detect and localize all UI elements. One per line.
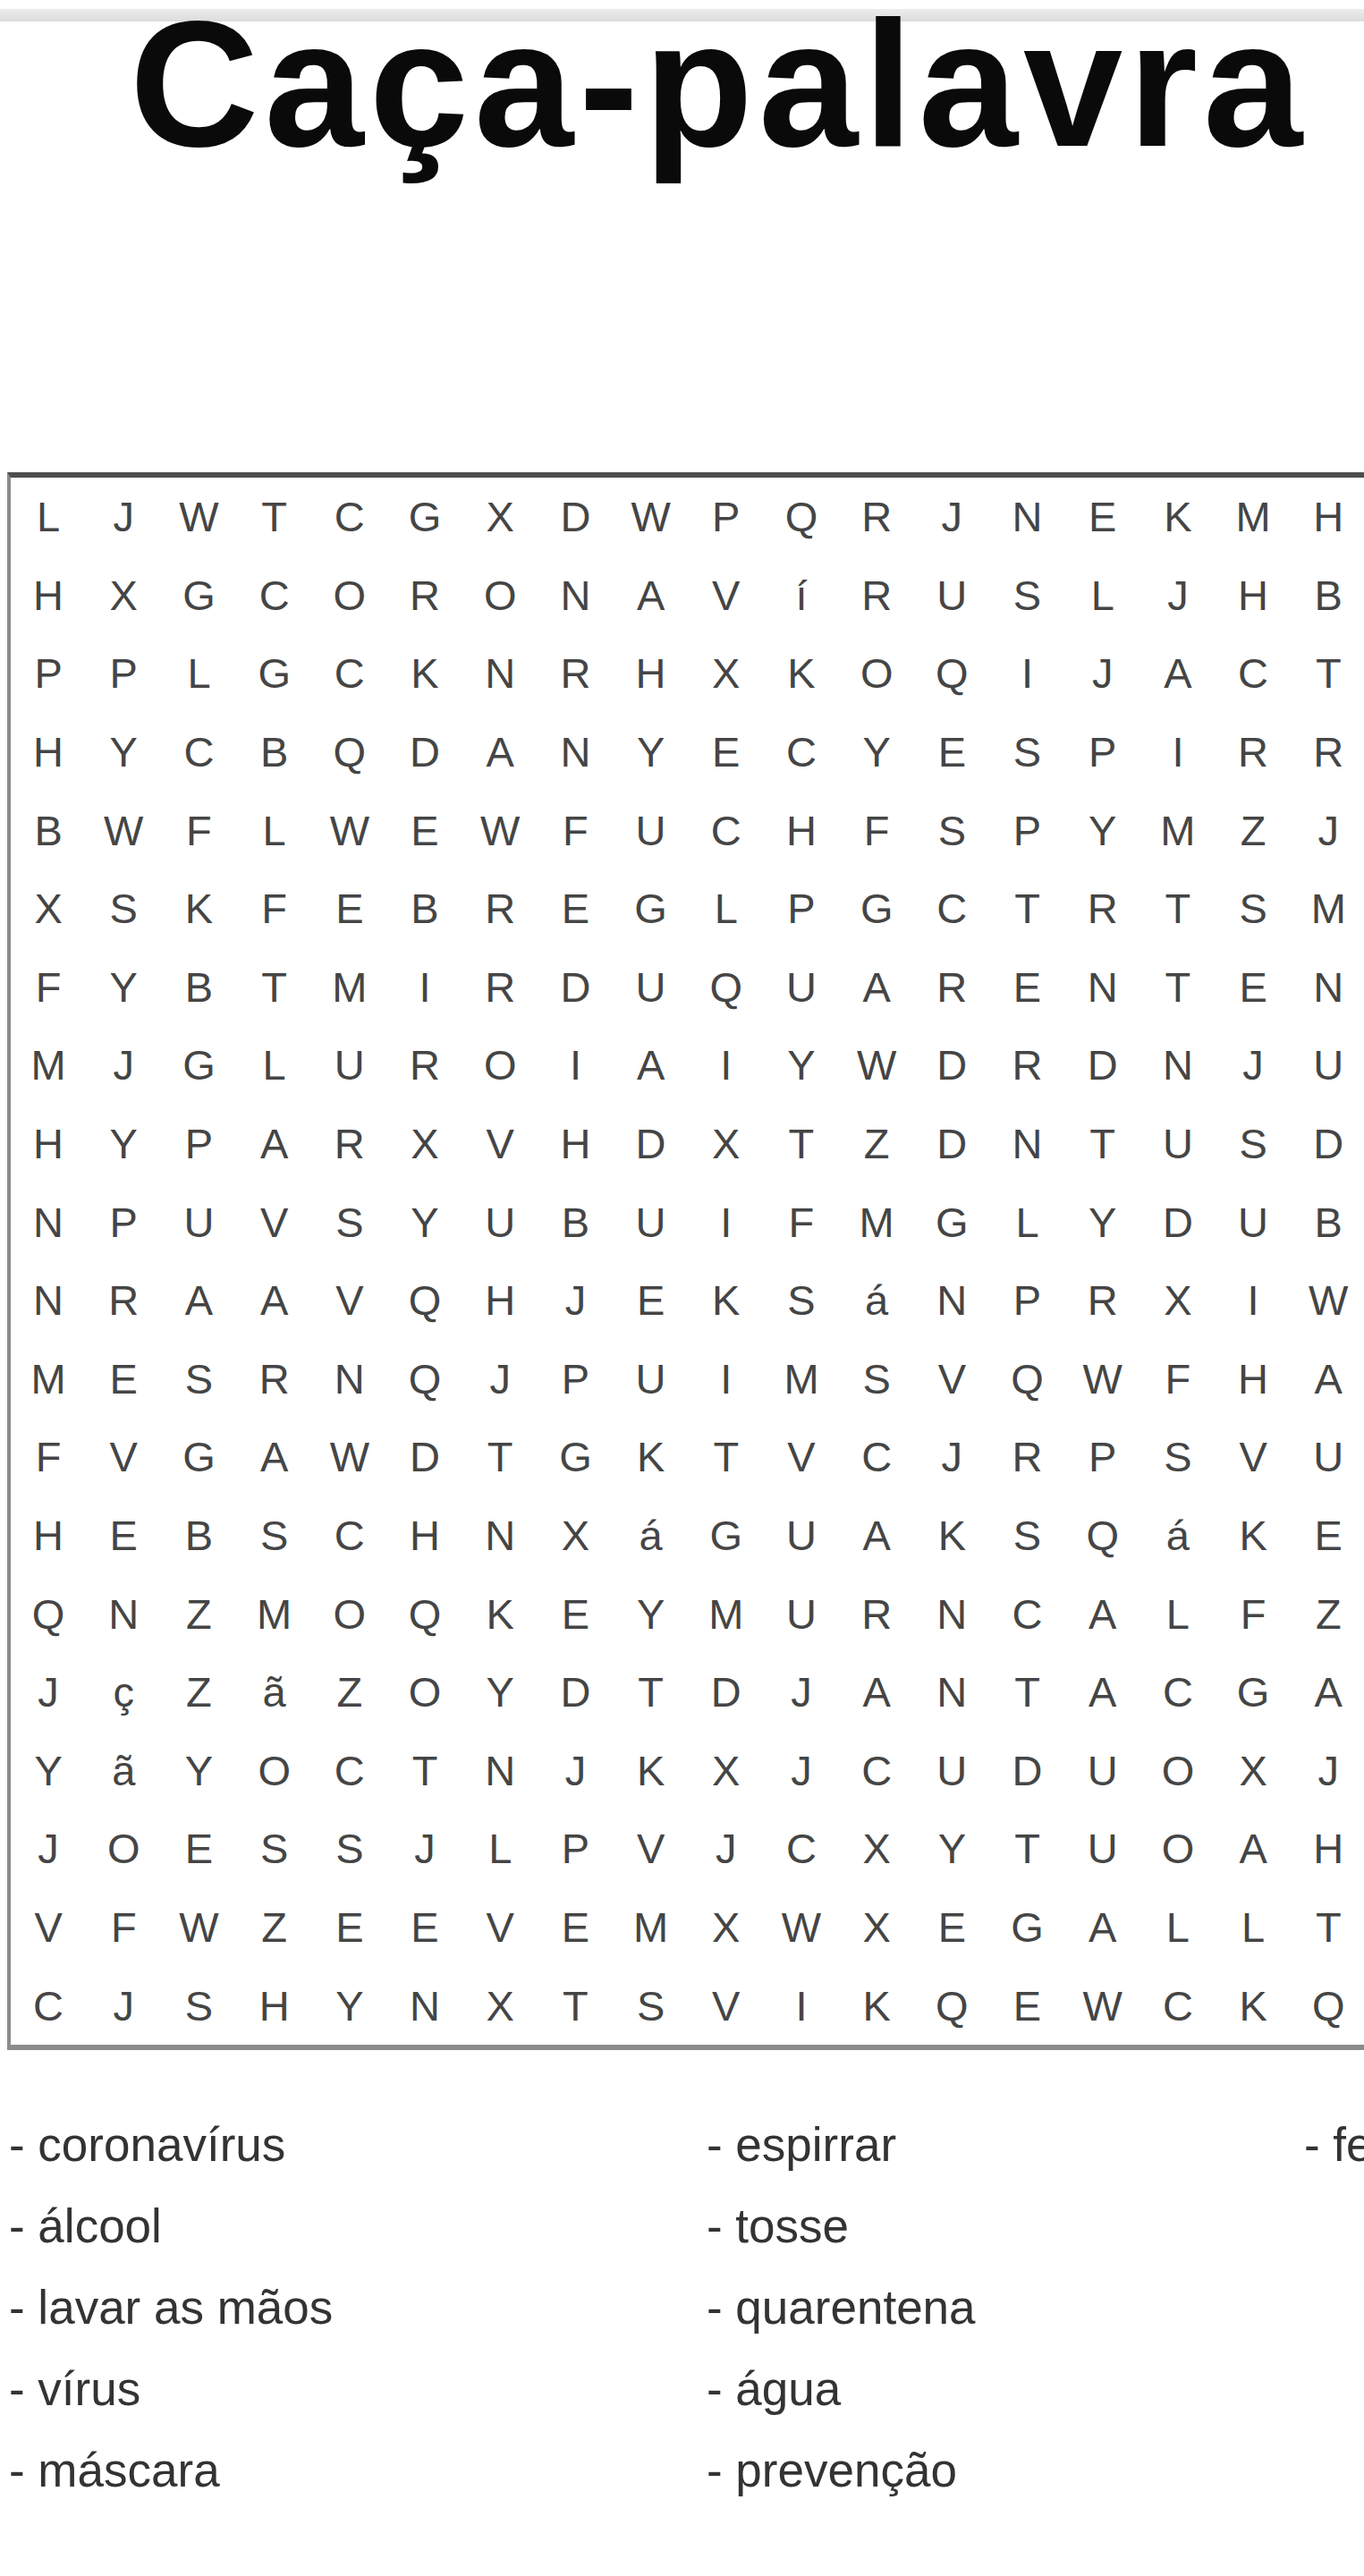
grid-cell-r1c2[interactable]: J <box>86 478 161 556</box>
grid-cell-r1c13[interactable]: J <box>914 478 989 556</box>
grid-cell-r7c15[interactable]: N <box>1065 948 1140 1027</box>
grid-cell-r4c10[interactable]: E <box>689 713 764 792</box>
grid-cell-r3c1[interactable]: P <box>11 634 86 713</box>
grid-cell-r20c4[interactable]: H <box>237 1966 312 2045</box>
grid-cell-r20c13[interactable]: Q <box>914 1966 989 2045</box>
grid-cell-r8c4[interactable]: L <box>237 1026 312 1105</box>
grid-cell-r11c10[interactable]: K <box>689 1261 764 1340</box>
grid-cell-r5c3[interactable]: F <box>161 791 236 869</box>
grid-cell-r12c8[interactable]: P <box>538 1340 613 1419</box>
grid-cell-r10c1[interactable]: N <box>11 1182 86 1261</box>
grid-cell-r8c1[interactable]: M <box>11 1026 86 1105</box>
grid-cell-r19c1[interactable]: V <box>11 1888 86 1967</box>
grid-cell-r18c9[interactable]: V <box>614 1809 689 1888</box>
grid-cell-r3c3[interactable]: L <box>161 634 236 713</box>
grid-cell-r12c1[interactable]: M <box>11 1340 86 1419</box>
grid-cell-r17c15[interactable]: U <box>1065 1732 1140 1810</box>
grid-cell-r14c11[interactable]: U <box>764 1496 839 1575</box>
grid-cell-r15c12[interactable]: R <box>839 1574 914 1653</box>
grid-cell-r11c18[interactable]: W <box>1291 1261 1364 1340</box>
grid-cell-r20c1[interactable]: C <box>11 1966 86 2045</box>
grid-cell-r7c9[interactable]: U <box>614 948 689 1027</box>
grid-cell-r19c16[interactable]: L <box>1140 1888 1216 1967</box>
grid-cell-r10c9[interactable]: U <box>614 1182 689 1261</box>
grid-cell-r6c5[interactable]: E <box>312 869 387 948</box>
grid-cell-r11c15[interactable]: R <box>1065 1261 1140 1340</box>
grid-cell-r19c4[interactable]: Z <box>237 1888 312 1967</box>
grid-cell-r18c5[interactable]: S <box>312 1809 387 1888</box>
grid-cell-r9c15[interactable]: T <box>1065 1105 1140 1183</box>
grid-cell-r2c6[interactable]: R <box>387 556 462 635</box>
grid-cell-r1c11[interactable]: Q <box>764 478 839 556</box>
grid-cell-r3c6[interactable]: K <box>387 634 462 713</box>
grid-cell-r14c10[interactable]: G <box>689 1496 764 1575</box>
grid-cell-r16c9[interactable]: T <box>614 1653 689 1732</box>
grid-cell-r5c5[interactable]: W <box>312 791 387 869</box>
grid-cell-r13c6[interactable]: D <box>387 1418 462 1496</box>
grid-cell-r14c5[interactable]: C <box>312 1496 387 1575</box>
grid-cell-r8c13[interactable]: D <box>914 1026 989 1105</box>
grid-cell-r7c4[interactable]: T <box>237 948 312 1027</box>
grid-cell-r2c9[interactable]: A <box>614 556 689 635</box>
grid-cell-r19c12[interactable]: X <box>839 1888 914 1967</box>
grid-cell-r18c6[interactable]: J <box>387 1809 462 1888</box>
grid-cell-r8c16[interactable]: N <box>1140 1026 1216 1105</box>
grid-cell-r7c3[interactable]: B <box>161 948 236 1027</box>
grid-cell-r6c10[interactable]: L <box>689 869 764 948</box>
grid-cell-r1c14[interactable]: N <box>989 478 1064 556</box>
grid-cell-r13c3[interactable]: G <box>161 1418 236 1496</box>
grid-cell-r6c13[interactable]: C <box>914 869 989 948</box>
grid-cell-r18c3[interactable]: E <box>161 1809 236 1888</box>
grid-cell-r6c15[interactable]: R <box>1065 869 1140 948</box>
grid-cell-r6c18[interactable]: M <box>1291 869 1364 948</box>
grid-cell-r3c2[interactable]: P <box>86 634 161 713</box>
grid-cell-r2c18[interactable]: B <box>1291 556 1364 635</box>
grid-cell-r13c13[interactable]: J <box>914 1418 989 1496</box>
grid-cell-r2c11[interactable]: í <box>764 556 839 635</box>
grid-cell-r4c16[interactable]: I <box>1140 713 1216 792</box>
grid-cell-r7c10[interactable]: Q <box>689 948 764 1027</box>
grid-cell-r15c17[interactable]: F <box>1216 1574 1291 1653</box>
grid-cell-r20c8[interactable]: T <box>538 1966 613 2045</box>
grid-cell-r10c13[interactable]: G <box>914 1182 989 1261</box>
grid-cell-r5c16[interactable]: M <box>1140 791 1216 869</box>
grid-cell-r5c4[interactable]: L <box>237 791 312 869</box>
grid-cell-r19c2[interactable]: F <box>86 1888 161 1967</box>
grid-cell-r8c3[interactable]: G <box>161 1026 236 1105</box>
grid-cell-r13c2[interactable]: V <box>86 1418 161 1496</box>
grid-cell-r14c8[interactable]: X <box>538 1496 613 1575</box>
grid-cell-r18c14[interactable]: T <box>989 1809 1064 1888</box>
grid-cell-r11c4[interactable]: A <box>237 1261 312 1340</box>
grid-cell-r12c4[interactable]: R <box>237 1340 312 1419</box>
grid-cell-r17c13[interactable]: U <box>914 1732 989 1810</box>
grid-cell-r8c15[interactable]: D <box>1065 1026 1140 1105</box>
grid-cell-r5c15[interactable]: Y <box>1065 791 1140 869</box>
grid-cell-r6c7[interactable]: R <box>462 869 538 948</box>
grid-cell-r8c7[interactable]: O <box>462 1026 538 1105</box>
grid-cell-r2c3[interactable]: G <box>161 556 236 635</box>
grid-cell-r14c16[interactable]: á <box>1140 1496 1216 1575</box>
grid-cell-r13c8[interactable]: G <box>538 1418 613 1496</box>
grid-cell-r11c9[interactable]: E <box>614 1261 689 1340</box>
grid-cell-r7c1[interactable]: F <box>11 948 86 1027</box>
grid-cell-r17c16[interactable]: O <box>1140 1732 1216 1810</box>
grid-cell-r20c5[interactable]: Y <box>312 1966 387 2045</box>
grid-cell-r10c15[interactable]: Y <box>1065 1182 1140 1261</box>
grid-cell-r15c3[interactable]: Z <box>161 1574 236 1653</box>
grid-cell-r9c8[interactable]: H <box>538 1105 613 1183</box>
grid-cell-r10c2[interactable]: P <box>86 1182 161 1261</box>
grid-cell-r10c10[interactable]: I <box>689 1182 764 1261</box>
grid-cell-r3c14[interactable]: I <box>989 634 1064 713</box>
grid-cell-r17c6[interactable]: T <box>387 1732 462 1810</box>
grid-cell-r10c18[interactable]: B <box>1291 1182 1364 1261</box>
grid-cell-r12c3[interactable]: S <box>161 1340 236 1419</box>
grid-cell-r15c10[interactable]: M <box>689 1574 764 1653</box>
grid-cell-r2c15[interactable]: L <box>1065 556 1140 635</box>
grid-cell-r14c3[interactable]: B <box>161 1496 236 1575</box>
grid-cell-r1c3[interactable]: W <box>161 478 236 556</box>
grid-cell-r5c6[interactable]: E <box>387 791 462 869</box>
grid-cell-r1c15[interactable]: E <box>1065 478 1140 556</box>
grid-cell-r5c8[interactable]: F <box>538 791 613 869</box>
grid-cell-r10c6[interactable]: Y <box>387 1182 462 1261</box>
grid-cell-r13c16[interactable]: S <box>1140 1418 1216 1496</box>
grid-cell-r18c8[interactable]: P <box>538 1809 613 1888</box>
grid-cell-r5c2[interactable]: W <box>86 791 161 869</box>
grid-cell-r19c14[interactable]: G <box>989 1888 1064 1967</box>
grid-cell-r18c11[interactable]: C <box>764 1809 839 1888</box>
grid-cell-r6c6[interactable]: B <box>387 869 462 948</box>
grid-cell-r4c3[interactable]: C <box>161 713 236 792</box>
grid-cell-r12c17[interactable]: H <box>1216 1340 1291 1419</box>
grid-cell-r12c15[interactable]: W <box>1065 1340 1140 1419</box>
grid-cell-r8c9[interactable]: A <box>614 1026 689 1105</box>
grid-cell-r20c9[interactable]: S <box>614 1966 689 2045</box>
grid-cell-r9c5[interactable]: R <box>312 1105 387 1183</box>
grid-cell-r18c16[interactable]: O <box>1140 1809 1216 1888</box>
grid-cell-r20c17[interactable]: K <box>1216 1966 1291 2045</box>
grid-cell-r12c10[interactable]: I <box>689 1340 764 1419</box>
grid-cell-r5c12[interactable]: F <box>839 791 914 869</box>
grid-cell-r6c17[interactable]: S <box>1216 869 1291 948</box>
grid-cell-r4c2[interactable]: Y <box>86 713 161 792</box>
grid-cell-r12c16[interactable]: F <box>1140 1340 1216 1419</box>
grid-cell-r18c4[interactable]: S <box>237 1809 312 1888</box>
grid-cell-r1c12[interactable]: R <box>839 478 914 556</box>
grid-cell-r4c1[interactable]: H <box>11 713 86 792</box>
grid-cell-r14c9[interactable]: á <box>614 1496 689 1575</box>
grid-cell-r3c5[interactable]: C <box>312 634 387 713</box>
grid-cell-r13c11[interactable]: V <box>764 1418 839 1496</box>
grid-cell-r6c9[interactable]: G <box>614 869 689 948</box>
grid-cell-r12c6[interactable]: Q <box>387 1340 462 1419</box>
grid-cell-r19c9[interactable]: M <box>614 1888 689 1967</box>
grid-cell-r10c5[interactable]: S <box>312 1182 387 1261</box>
grid-cell-r15c14[interactable]: C <box>989 1574 1064 1653</box>
grid-cell-r6c12[interactable]: G <box>839 869 914 948</box>
grid-cell-r12c5[interactable]: N <box>312 1340 387 1419</box>
grid-cell-r15c18[interactable]: Z <box>1291 1574 1364 1653</box>
grid-cell-r9c6[interactable]: X <box>387 1105 462 1183</box>
grid-cell-r4c9[interactable]: Y <box>614 713 689 792</box>
grid-cell-r1c9[interactable]: W <box>614 478 689 556</box>
grid-cell-r3c17[interactable]: C <box>1216 634 1291 713</box>
grid-cell-r20c18[interactable]: Q <box>1291 1966 1364 2045</box>
grid-cell-r2c17[interactable]: H <box>1216 556 1291 635</box>
grid-cell-r9c18[interactable]: D <box>1291 1105 1364 1183</box>
grid-cell-r11c6[interactable]: Q <box>387 1261 462 1340</box>
grid-cell-r14c7[interactable]: N <box>462 1496 538 1575</box>
grid-cell-r9c12[interactable]: Z <box>839 1105 914 1183</box>
grid-cell-r15c7[interactable]: K <box>462 1574 538 1653</box>
grid-cell-r16c6[interactable]: O <box>387 1653 462 1732</box>
grid-cell-r9c1[interactable]: H <box>11 1105 86 1183</box>
grid-cell-r20c7[interactable]: X <box>462 1966 538 2045</box>
grid-cell-r16c10[interactable]: D <box>689 1653 764 1732</box>
grid-cell-r20c16[interactable]: C <box>1140 1966 1216 2045</box>
grid-cell-r12c11[interactable]: M <box>764 1340 839 1419</box>
grid-cell-r17c10[interactable]: X <box>689 1732 764 1810</box>
grid-cell-r9c3[interactable]: P <box>161 1105 236 1183</box>
grid-cell-r7c8[interactable]: D <box>538 948 613 1027</box>
grid-cell-r10c7[interactable]: U <box>462 1182 538 1261</box>
grid-cell-r6c4[interactable]: F <box>237 869 312 948</box>
grid-cell-r12c18[interactable]: A <box>1291 1340 1364 1419</box>
grid-cell-r5c18[interactable]: J <box>1291 791 1364 869</box>
grid-cell-r12c13[interactable]: V <box>914 1340 989 1419</box>
grid-cell-r2c4[interactable]: C <box>237 556 312 635</box>
grid-cell-r11c7[interactable]: H <box>462 1261 538 1340</box>
grid-cell-r2c5[interactable]: O <box>312 556 387 635</box>
grid-cell-r5c1[interactable]: B <box>11 791 86 869</box>
grid-cell-r15c9[interactable]: Y <box>614 1574 689 1653</box>
grid-cell-r20c12[interactable]: K <box>839 1966 914 2045</box>
grid-cell-r15c11[interactable]: U <box>764 1574 839 1653</box>
grid-cell-r7c5[interactable]: M <box>312 948 387 1027</box>
grid-cell-r16c18[interactable]: A <box>1291 1653 1364 1732</box>
grid-cell-r3c10[interactable]: X <box>689 634 764 713</box>
grid-cell-r7c7[interactable]: R <box>462 948 538 1027</box>
grid-cell-r2c10[interactable]: V <box>689 556 764 635</box>
grid-cell-r13c9[interactable]: K <box>614 1418 689 1496</box>
grid-cell-r16c8[interactable]: D <box>538 1653 613 1732</box>
grid-cell-r10c8[interactable]: B <box>538 1182 613 1261</box>
grid-cell-r18c15[interactable]: U <box>1065 1809 1140 1888</box>
grid-cell-r4c11[interactable]: C <box>764 713 839 792</box>
grid-cell-r2c14[interactable]: S <box>989 556 1064 635</box>
grid-cell-r18c12[interactable]: X <box>839 1809 914 1888</box>
grid-cell-r14c18[interactable]: E <box>1291 1496 1364 1575</box>
grid-cell-r7c16[interactable]: T <box>1140 948 1216 1027</box>
grid-cell-r2c8[interactable]: N <box>538 556 613 635</box>
grid-cell-r14c4[interactable]: S <box>237 1496 312 1575</box>
grid-cell-r12c7[interactable]: J <box>462 1340 538 1419</box>
grid-cell-r5c11[interactable]: H <box>764 791 839 869</box>
grid-cell-r15c15[interactable]: A <box>1065 1574 1140 1653</box>
grid-cell-r6c8[interactable]: E <box>538 869 613 948</box>
grid-cell-r10c12[interactable]: M <box>839 1182 914 1261</box>
grid-cell-r9c7[interactable]: V <box>462 1105 538 1183</box>
grid-cell-r10c4[interactable]: V <box>237 1182 312 1261</box>
grid-cell-r10c3[interactable]: U <box>161 1182 236 1261</box>
grid-cell-r15c5[interactable]: O <box>312 1574 387 1653</box>
grid-cell-r9c10[interactable]: X <box>689 1105 764 1183</box>
grid-cell-r10c16[interactable]: D <box>1140 1182 1216 1261</box>
grid-cell-r16c12[interactable]: A <box>839 1653 914 1732</box>
grid-cell-r3c18[interactable]: T <box>1291 634 1364 713</box>
grid-cell-r8c12[interactable]: W <box>839 1026 914 1105</box>
grid-cell-r13c4[interactable]: A <box>237 1418 312 1496</box>
grid-cell-r13c15[interactable]: P <box>1065 1418 1140 1496</box>
grid-cell-r10c17[interactable]: U <box>1216 1182 1291 1261</box>
grid-cell-r20c11[interactable]: I <box>764 1966 839 2045</box>
grid-cell-r5c14[interactable]: P <box>989 791 1064 869</box>
grid-cell-r2c13[interactable]: U <box>914 556 989 635</box>
grid-cell-r4c4[interactable]: B <box>237 713 312 792</box>
grid-cell-r5c17[interactable]: Z <box>1216 791 1291 869</box>
grid-cell-r1c8[interactable]: D <box>538 478 613 556</box>
grid-cell-r2c12[interactable]: R <box>839 556 914 635</box>
grid-cell-r14c15[interactable]: Q <box>1065 1496 1140 1575</box>
grid-cell-r2c16[interactable]: J <box>1140 556 1216 635</box>
grid-cell-r4c12[interactable]: Y <box>839 713 914 792</box>
grid-cell-r1c4[interactable]: T <box>237 478 312 556</box>
grid-cell-r13c12[interactable]: C <box>839 1418 914 1496</box>
grid-cell-r7c14[interactable]: E <box>989 948 1064 1027</box>
grid-cell-r18c1[interactable]: J <box>11 1809 86 1888</box>
grid-cell-r8c5[interactable]: U <box>312 1026 387 1105</box>
grid-cell-r20c14[interactable]: E <box>989 1966 1064 2045</box>
grid-cell-r7c18[interactable]: N <box>1291 948 1364 1027</box>
grid-cell-r14c1[interactable]: H <box>11 1496 86 1575</box>
grid-cell-r3c13[interactable]: Q <box>914 634 989 713</box>
grid-cell-r1c16[interactable]: K <box>1140 478 1216 556</box>
grid-cell-r16c16[interactable]: C <box>1140 1653 1216 1732</box>
grid-cell-r3c9[interactable]: H <box>614 634 689 713</box>
grid-cell-r17c2[interactable]: ã <box>86 1732 161 1810</box>
grid-cell-r13c14[interactable]: R <box>989 1418 1064 1496</box>
grid-cell-r9c9[interactable]: D <box>614 1105 689 1183</box>
grid-cell-r6c11[interactable]: P <box>764 869 839 948</box>
grid-cell-r8c2[interactable]: J <box>86 1026 161 1105</box>
grid-cell-r15c6[interactable]: Q <box>387 1574 462 1653</box>
grid-cell-r14c6[interactable]: H <box>387 1496 462 1575</box>
grid-cell-r3c4[interactable]: G <box>237 634 312 713</box>
grid-cell-r17c9[interactable]: K <box>614 1732 689 1810</box>
grid-cell-r12c9[interactable]: U <box>614 1340 689 1419</box>
grid-cell-r8c8[interactable]: I <box>538 1026 613 1105</box>
grid-cell-r3c7[interactable]: N <box>462 634 538 713</box>
grid-cell-r7c13[interactable]: R <box>914 948 989 1027</box>
grid-cell-r16c11[interactable]: J <box>764 1653 839 1732</box>
grid-cell-r12c12[interactable]: S <box>839 1340 914 1419</box>
grid-cell-r8c17[interactable]: J <box>1216 1026 1291 1105</box>
grid-cell-r4c5[interactable]: Q <box>312 713 387 792</box>
grid-cell-r13c5[interactable]: W <box>312 1418 387 1496</box>
grid-cell-r15c13[interactable]: N <box>914 1574 989 1653</box>
grid-cell-r16c5[interactable]: Z <box>312 1653 387 1732</box>
grid-cell-r9c16[interactable]: U <box>1140 1105 1216 1183</box>
grid-cell-r4c15[interactable]: P <box>1065 713 1140 792</box>
grid-cell-r18c7[interactable]: L <box>462 1809 538 1888</box>
grid-cell-r2c7[interactable]: O <box>462 556 538 635</box>
grid-cell-r6c1[interactable]: X <box>11 869 86 948</box>
grid-cell-r10c11[interactable]: F <box>764 1182 839 1261</box>
grid-cell-r9c4[interactable]: A <box>237 1105 312 1183</box>
grid-cell-r11c5[interactable]: V <box>312 1261 387 1340</box>
grid-cell-r4c17[interactable]: R <box>1216 713 1291 792</box>
grid-cell-r19c15[interactable]: A <box>1065 1888 1140 1967</box>
grid-cell-r11c17[interactable]: I <box>1216 1261 1291 1340</box>
grid-cell-r18c18[interactable]: H <box>1291 1809 1364 1888</box>
grid-cell-r19c8[interactable]: E <box>538 1888 613 1967</box>
grid-cell-r4c18[interactable]: R <box>1291 713 1364 792</box>
grid-cell-r6c16[interactable]: T <box>1140 869 1216 948</box>
grid-cell-r15c4[interactable]: M <box>237 1574 312 1653</box>
grid-cell-r16c3[interactable]: Z <box>161 1653 236 1732</box>
grid-cell-r12c14[interactable]: Q <box>989 1340 1064 1419</box>
grid-cell-r1c5[interactable]: C <box>312 478 387 556</box>
grid-cell-r17c17[interactable]: X <box>1216 1732 1291 1810</box>
grid-cell-r20c2[interactable]: J <box>86 1966 161 2045</box>
grid-cell-r16c2[interactable]: ç <box>86 1653 161 1732</box>
grid-cell-r5c9[interactable]: U <box>614 791 689 869</box>
grid-cell-r6c14[interactable]: T <box>989 869 1064 948</box>
grid-cell-r17c7[interactable]: N <box>462 1732 538 1810</box>
grid-cell-r3c15[interactable]: J <box>1065 634 1140 713</box>
grid-cell-r11c14[interactable]: P <box>989 1261 1064 1340</box>
grid-cell-r8c18[interactable]: U <box>1291 1026 1364 1105</box>
grid-cell-r11c16[interactable]: X <box>1140 1261 1216 1340</box>
grid-cell-r17c12[interactable]: C <box>839 1732 914 1810</box>
grid-cell-r15c16[interactable]: L <box>1140 1574 1216 1653</box>
grid-cell-r3c16[interactable]: A <box>1140 634 1216 713</box>
grid-cell-r18c13[interactable]: Y <box>914 1809 989 1888</box>
grid-cell-r15c1[interactable]: Q <box>11 1574 86 1653</box>
grid-cell-r1c7[interactable]: X <box>462 478 538 556</box>
grid-cell-r1c10[interactable]: P <box>689 478 764 556</box>
grid-cell-r4c8[interactable]: N <box>538 713 613 792</box>
grid-cell-r9c2[interactable]: Y <box>86 1105 161 1183</box>
grid-cell-r14c12[interactable]: A <box>839 1496 914 1575</box>
grid-cell-r7c6[interactable]: I <box>387 948 462 1027</box>
grid-cell-r17c14[interactable]: D <box>989 1732 1064 1810</box>
grid-cell-r19c10[interactable]: X <box>689 1888 764 1967</box>
grid-cell-r20c15[interactable]: W <box>1065 1966 1140 2045</box>
grid-cell-r11c8[interactable]: J <box>538 1261 613 1340</box>
grid-cell-r16c1[interactable]: J <box>11 1653 86 1732</box>
grid-cell-r11c2[interactable]: R <box>86 1261 161 1340</box>
grid-cell-r17c5[interactable]: C <box>312 1732 387 1810</box>
grid-cell-r11c11[interactable]: S <box>764 1261 839 1340</box>
grid-cell-r16c14[interactable]: T <box>989 1653 1064 1732</box>
grid-cell-r11c13[interactable]: N <box>914 1261 989 1340</box>
grid-cell-r16c13[interactable]: N <box>914 1653 989 1732</box>
grid-cell-r4c6[interactable]: D <box>387 713 462 792</box>
grid-cell-r15c8[interactable]: E <box>538 1574 613 1653</box>
grid-cell-r17c18[interactable]: J <box>1291 1732 1364 1810</box>
grid-cell-r11c3[interactable]: A <box>161 1261 236 1340</box>
grid-cell-r19c13[interactable]: E <box>914 1888 989 1967</box>
grid-cell-r8c11[interactable]: Y <box>764 1026 839 1105</box>
grid-cell-r8c6[interactable]: R <box>387 1026 462 1105</box>
grid-cell-r15c2[interactable]: N <box>86 1574 161 1653</box>
grid-cell-r16c7[interactable]: Y <box>462 1653 538 1732</box>
grid-cell-r11c12[interactable]: á <box>839 1261 914 1340</box>
